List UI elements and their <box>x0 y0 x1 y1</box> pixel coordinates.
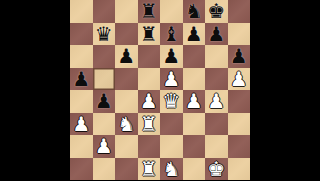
square-c3[interactable]: ♞ <box>115 113 138 136</box>
square-h5[interactable]: ♟ <box>228 68 251 91</box>
square-a3[interactable]: ♟ <box>70 113 93 136</box>
square-h6[interactable]: ♟ <box>228 45 251 68</box>
black-bishop[interactable]: ♝ <box>162 22 180 45</box>
square-g1[interactable]: ♚ <box>205 158 228 181</box>
square-b5[interactable] <box>93 68 116 91</box>
black-queen[interactable]: ♛ <box>95 22 113 45</box>
square-d8[interactable]: ♜ <box>138 0 161 23</box>
black-pawn[interactable]: ♟ <box>230 45 248 68</box>
white-pawn[interactable]: ♟ <box>95 135 113 158</box>
black-pawn[interactable]: ♟ <box>95 90 113 113</box>
square-g8[interactable]: ♚ <box>205 0 228 23</box>
square-c1[interactable] <box>115 158 138 181</box>
square-e8[interactable] <box>160 0 183 23</box>
square-f7[interactable]: ♟ <box>183 23 206 46</box>
white-rook[interactable]: ♜ <box>140 157 158 180</box>
white-queen[interactable]: ♛ <box>162 90 180 113</box>
black-rook[interactable]: ♜ <box>140 0 158 22</box>
white-king[interactable]: ♚ <box>207 157 225 180</box>
square-a2[interactable] <box>70 135 93 158</box>
square-f3[interactable] <box>183 113 206 136</box>
square-e1[interactable]: ♞ <box>160 158 183 181</box>
square-f6[interactable] <box>183 45 206 68</box>
square-a7[interactable] <box>70 23 93 46</box>
square-h3[interactable] <box>228 113 251 136</box>
square-e5[interactable]: ♟ <box>160 68 183 91</box>
square-h8[interactable] <box>228 0 251 23</box>
square-f4[interactable]: ♟ <box>183 90 206 113</box>
square-g3[interactable] <box>205 113 228 136</box>
square-b7[interactable]: ♛ <box>93 23 116 46</box>
square-b2[interactable]: ♟ <box>93 135 116 158</box>
square-e7[interactable]: ♝ <box>160 23 183 46</box>
square-h4[interactable] <box>228 90 251 113</box>
square-e3[interactable] <box>160 113 183 136</box>
square-g6[interactable] <box>205 45 228 68</box>
square-h7[interactable] <box>228 23 251 46</box>
white-pawn[interactable]: ♟ <box>72 112 90 135</box>
square-a5[interactable]: ♟ <box>70 68 93 91</box>
black-pawn[interactable]: ♟ <box>185 22 203 45</box>
white-pawn[interactable]: ♟ <box>162 67 180 90</box>
white-knight[interactable]: ♞ <box>162 157 180 180</box>
square-a8[interactable] <box>70 0 93 23</box>
white-rook[interactable]: ♜ <box>140 112 158 135</box>
square-c5[interactable] <box>115 68 138 91</box>
white-pawn[interactable]: ♟ <box>140 90 158 113</box>
black-rook[interactable]: ♜ <box>140 22 158 45</box>
black-pawn[interactable]: ♟ <box>72 67 90 90</box>
square-g5[interactable] <box>205 68 228 91</box>
app-background: ♜♞♚♛♜♝♟♟♟♟♟♟♟♟♟♟♛♟♟♟♞♜♟♜♞♚ <box>0 0 320 180</box>
square-h1[interactable] <box>228 158 251 181</box>
square-d4[interactable]: ♟ <box>138 90 161 113</box>
square-a4[interactable] <box>70 90 93 113</box>
square-g7[interactable]: ♟ <box>205 23 228 46</box>
white-knight[interactable]: ♞ <box>117 112 135 135</box>
square-b3[interactable] <box>93 113 116 136</box>
square-b6[interactable] <box>93 45 116 68</box>
square-c6[interactable]: ♟ <box>115 45 138 68</box>
square-f5[interactable] <box>183 68 206 91</box>
black-pawn[interactable]: ♟ <box>162 45 180 68</box>
square-c4[interactable] <box>115 90 138 113</box>
white-pawn[interactable]: ♟ <box>230 67 248 90</box>
square-e6[interactable]: ♟ <box>160 45 183 68</box>
square-g4[interactable]: ♟ <box>205 90 228 113</box>
square-b8[interactable] <box>93 0 116 23</box>
black-knight[interactable]: ♞ <box>185 0 203 22</box>
square-d7[interactable]: ♜ <box>138 23 161 46</box>
chess-board: ♜♞♚♛♜♝♟♟♟♟♟♟♟♟♟♟♛♟♟♟♞♜♟♜♞♚ <box>70 0 250 180</box>
square-e4[interactable]: ♛ <box>160 90 183 113</box>
square-b4[interactable]: ♟ <box>93 90 116 113</box>
square-g2[interactable] <box>205 135 228 158</box>
square-f1[interactable] <box>183 158 206 181</box>
black-pawn[interactable]: ♟ <box>207 22 225 45</box>
white-pawn[interactable]: ♟ <box>207 90 225 113</box>
square-a6[interactable] <box>70 45 93 68</box>
square-d3[interactable]: ♜ <box>138 113 161 136</box>
square-c8[interactable] <box>115 0 138 23</box>
square-c2[interactable] <box>115 135 138 158</box>
square-d2[interactable] <box>138 135 161 158</box>
square-f2[interactable] <box>183 135 206 158</box>
square-e2[interactable] <box>160 135 183 158</box>
black-king[interactable]: ♚ <box>207 0 225 22</box>
square-c7[interactable] <box>115 23 138 46</box>
square-d5[interactable] <box>138 68 161 91</box>
black-pawn[interactable]: ♟ <box>117 45 135 68</box>
square-h2[interactable] <box>228 135 251 158</box>
square-d6[interactable] <box>138 45 161 68</box>
square-f8[interactable]: ♞ <box>183 0 206 23</box>
square-d1[interactable]: ♜ <box>138 158 161 181</box>
square-b1[interactable] <box>93 158 116 181</box>
square-a1[interactable] <box>70 158 93 181</box>
white-pawn[interactable]: ♟ <box>185 90 203 113</box>
